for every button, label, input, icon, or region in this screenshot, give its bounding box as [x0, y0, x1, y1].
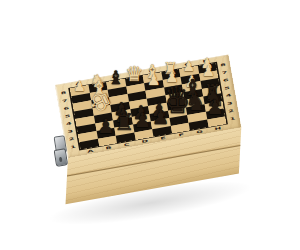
- clasp-pin-icon: [59, 157, 63, 162]
- piece-white-p-h7[interactable]: ♟: [202, 63, 215, 78]
- piece-black-p-h2[interactable]: ♟: [206, 98, 224, 118]
- piece-white-p-e7[interactable]: ♟: [147, 73, 160, 88]
- chess-box-scene: ABCDEFGH ABCDEFGH 87654321 87654321 ♟♞♛♝…: [0, 0, 300, 250]
- piece-white-q-d8[interactable]: ♛: [125, 64, 144, 85]
- piece-black-b-c8[interactable]: ♝: [108, 69, 125, 88]
- piece-black-p-e2[interactable]: ♟: [152, 108, 170, 128]
- pieces-layer: ♟♞♛♝♜♟♟♝♟♟♟♟♚♝♝♟♛♜♟♟♟♚♞♞♟♜♟♟♟: [0, 0, 300, 250]
- piece-black-p-b2[interactable]: ♟: [97, 117, 115, 137]
- piece-white-p-a8[interactable]: ♟: [73, 79, 86, 93]
- piece-black-p-d2[interactable]: ♟: [134, 111, 152, 131]
- piece-black-r-c2[interactable]: ♜: [114, 111, 135, 134]
